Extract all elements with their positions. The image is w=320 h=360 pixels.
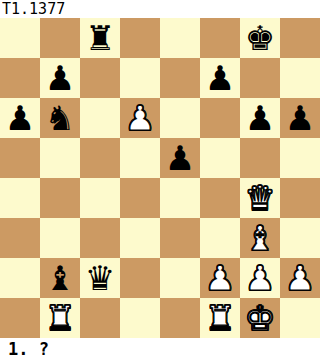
square-f6[interactable]	[200, 98, 240, 138]
square-h7[interactable]	[280, 58, 320, 98]
black-pawn[interactable]: ♟	[280, 98, 320, 138]
white-pawn[interactable]: ♟	[120, 98, 160, 138]
square-e5[interactable]: ♟	[160, 138, 200, 178]
black-king[interactable]: ♚	[240, 18, 280, 58]
square-h1[interactable]	[280, 298, 320, 338]
square-c8[interactable]: ♜	[80, 18, 120, 58]
square-d6[interactable]: ♟	[120, 98, 160, 138]
square-c3[interactable]	[80, 218, 120, 258]
square-a1[interactable]	[0, 298, 40, 338]
square-g6[interactable]: ♟	[240, 98, 280, 138]
square-g1[interactable]: ♚	[240, 298, 280, 338]
white-pawn[interactable]: ♟	[240, 258, 280, 298]
white-bishop[interactable]: ♝	[240, 218, 280, 258]
square-g8[interactable]: ♚	[240, 18, 280, 58]
white-rook[interactable]: ♜	[200, 298, 240, 338]
square-e8[interactable]	[160, 18, 200, 58]
puzzle-id: T1.1377	[0, 0, 320, 18]
white-queen[interactable]: ♛	[240, 178, 280, 218]
square-f4[interactable]	[200, 178, 240, 218]
square-h4[interactable]	[280, 178, 320, 218]
square-e7[interactable]	[160, 58, 200, 98]
square-f2[interactable]: ♟	[200, 258, 240, 298]
black-queen[interactable]: ♛	[80, 258, 120, 298]
square-g4[interactable]: ♛	[240, 178, 280, 218]
square-e4[interactable]	[160, 178, 200, 218]
square-c7[interactable]	[80, 58, 120, 98]
black-knight[interactable]: ♞	[40, 98, 80, 138]
square-d5[interactable]	[120, 138, 160, 178]
square-a3[interactable]	[0, 218, 40, 258]
square-f3[interactable]	[200, 218, 240, 258]
square-g7[interactable]	[240, 58, 280, 98]
square-a2[interactable]	[0, 258, 40, 298]
square-c5[interactable]	[80, 138, 120, 178]
square-d7[interactable]	[120, 58, 160, 98]
square-a8[interactable]	[0, 18, 40, 58]
square-b7[interactable]: ♟	[40, 58, 80, 98]
square-g5[interactable]	[240, 138, 280, 178]
black-pawn[interactable]: ♟	[200, 58, 240, 98]
square-c2[interactable]: ♛	[80, 258, 120, 298]
white-pawn[interactable]: ♟	[280, 258, 320, 298]
square-f1[interactable]: ♜	[200, 298, 240, 338]
white-king[interactable]: ♚	[240, 298, 280, 338]
square-g3[interactable]: ♝	[240, 218, 280, 258]
square-h2[interactable]: ♟	[280, 258, 320, 298]
square-e6[interactable]	[160, 98, 200, 138]
square-e3[interactable]	[160, 218, 200, 258]
square-h8[interactable]	[280, 18, 320, 58]
square-g2[interactable]: ♟	[240, 258, 280, 298]
black-pawn[interactable]: ♟	[160, 138, 200, 178]
square-b1[interactable]: ♜	[40, 298, 80, 338]
square-c1[interactable]	[80, 298, 120, 338]
square-b2[interactable]: ♝	[40, 258, 80, 298]
black-pawn[interactable]: ♟	[0, 98, 40, 138]
square-d3[interactable]	[120, 218, 160, 258]
square-c4[interactable]	[80, 178, 120, 218]
square-a4[interactable]	[0, 178, 40, 218]
square-d2[interactable]	[120, 258, 160, 298]
square-e1[interactable]	[160, 298, 200, 338]
white-rook[interactable]: ♜	[40, 298, 80, 338]
move-prompt: 1. ?	[0, 338, 320, 360]
black-pawn[interactable]: ♟	[40, 58, 80, 98]
square-d1[interactable]	[120, 298, 160, 338]
white-pawn[interactable]: ♟	[200, 258, 240, 298]
square-f8[interactable]	[200, 18, 240, 58]
square-b8[interactable]	[40, 18, 80, 58]
square-b3[interactable]	[40, 218, 80, 258]
square-b4[interactable]	[40, 178, 80, 218]
black-rook[interactable]: ♜	[80, 18, 120, 58]
black-pawn[interactable]: ♟	[240, 98, 280, 138]
square-h3[interactable]	[280, 218, 320, 258]
square-a7[interactable]	[0, 58, 40, 98]
black-bishop[interactable]: ♝	[40, 258, 80, 298]
square-h6[interactable]: ♟	[280, 98, 320, 138]
chess-board: ♜♚♟♟♟♞♟♟♟♟♛♝♝♛♟♟♟♜♜♚	[0, 18, 320, 338]
square-f5[interactable]	[200, 138, 240, 178]
square-d4[interactable]	[120, 178, 160, 218]
square-h5[interactable]	[280, 138, 320, 178]
square-a6[interactable]: ♟	[0, 98, 40, 138]
square-e2[interactable]	[160, 258, 200, 298]
square-c6[interactable]	[80, 98, 120, 138]
square-b6[interactable]: ♞	[40, 98, 80, 138]
square-f7[interactable]: ♟	[200, 58, 240, 98]
square-b5[interactable]	[40, 138, 80, 178]
square-a5[interactable]	[0, 138, 40, 178]
square-d8[interactable]	[120, 18, 160, 58]
